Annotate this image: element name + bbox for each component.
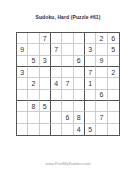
sudoku-cell-r1c2 [28, 33, 39, 44]
puzzle-title: Sudoku, Hard (Puzzle #61) [0, 14, 136, 20]
sudoku-cell-r7c7 [85, 101, 96, 112]
sudoku-cell-r6c1 [17, 90, 28, 101]
sudoku-cell-r2c5 [62, 44, 73, 55]
sudoku-cell-r2c2 [28, 44, 39, 55]
sudoku-cell-r9c2 [28, 124, 39, 135]
sudoku-cell-r2c1: 9 [17, 44, 28, 55]
sudoku-cell-r5c8 [96, 78, 107, 89]
sudoku-cell-r6c5 [62, 90, 73, 101]
sudoku-cell-r3c5 [62, 56, 73, 67]
sudoku-cell-r7c3: 5 [40, 101, 51, 112]
sudoku-cell-r4c2 [28, 67, 39, 78]
footer-url: www.PrintMySudoku.com [0, 161, 136, 166]
sudoku-cell-r4c8 [96, 67, 107, 78]
sudoku-cell-r5c6 [74, 78, 85, 89]
sudoku-cell-r9c4 [51, 124, 62, 135]
sudoku-grid: 72697355369372247168568745 [16, 32, 120, 136]
sudoku-cell-r1c6 [74, 33, 85, 44]
sudoku-cell-r7c1 [17, 101, 28, 112]
sudoku-cell-r9c1 [17, 124, 28, 135]
sudoku-cell-r3c9 [108, 56, 119, 67]
sudoku-cell-r6c6 [74, 90, 85, 101]
sudoku-cell-r7c2: 8 [28, 101, 39, 112]
sudoku-cell-r8c9 [108, 112, 119, 123]
sudoku-cell-r2c4: 7 [51, 44, 62, 55]
sudoku-cell-r4c5 [62, 67, 73, 78]
sudoku-cell-r2c8 [96, 44, 107, 55]
sudoku-cell-r9c5 [62, 124, 73, 135]
sudoku-cell-r8c5: 6 [62, 112, 73, 123]
sudoku-cell-r4c7: 7 [85, 67, 96, 78]
sudoku-cell-r9c7: 5 [85, 124, 96, 135]
sudoku-cell-r9c9 [108, 124, 119, 135]
sudoku-cell-r3c7 [85, 56, 96, 67]
sudoku-cell-r8c4 [51, 112, 62, 123]
sudoku-printable-page: { "game": "sudoku", "title": "Sudoku, Ha… [0, 0, 136, 176]
sudoku-cell-r7c8 [96, 101, 107, 112]
sudoku-cell-r3c3: 3 [40, 56, 51, 67]
sudoku-cell-r5c1 [17, 78, 28, 89]
sudoku-cell-r3c4 [51, 56, 62, 67]
sudoku-cell-r3c1 [17, 56, 28, 67]
sudoku-cell-r2c6 [74, 44, 85, 55]
sudoku-cell-r3c6: 6 [74, 56, 85, 67]
sudoku-cell-r7c9 [108, 101, 119, 112]
sudoku-cell-r9c8 [96, 124, 107, 135]
sudoku-cell-r5c4: 4 [51, 78, 62, 89]
sudoku-cell-r1c7 [85, 33, 96, 44]
sudoku-cell-r7c4 [51, 101, 62, 112]
sudoku-cell-r6c4 [51, 90, 62, 101]
sudoku-cell-r2c9: 5 [108, 44, 119, 55]
sudoku-cell-r5c5: 7 [62, 78, 73, 89]
sudoku-cell-r2c7: 3 [85, 44, 96, 55]
sudoku-cell-r9c3 [40, 124, 51, 135]
sudoku-cell-r1c9: 6 [108, 33, 119, 44]
sudoku-cell-r3c2: 5 [28, 56, 39, 67]
sudoku-cell-r5c9 [108, 78, 119, 89]
sudoku-cell-r1c3: 7 [40, 33, 51, 44]
sudoku-cell-r1c1 [17, 33, 28, 44]
sudoku-cell-r6c8: 6 [96, 90, 107, 101]
sudoku-cell-r8c1 [17, 112, 28, 123]
sudoku-cell-r5c2: 2 [28, 78, 39, 89]
sudoku-cell-r8c2 [28, 112, 39, 123]
sudoku-cell-r6c2 [28, 90, 39, 101]
sudoku-cell-r3c8: 9 [96, 56, 107, 67]
sudoku-cell-r9c6: 4 [74, 124, 85, 135]
sudoku-cell-r5c3 [40, 78, 51, 89]
sudoku-cell-r5c7: 1 [85, 78, 96, 89]
sudoku-cell-r6c3 [40, 90, 51, 101]
sudoku-cell-r6c9 [108, 90, 119, 101]
sudoku-cell-r8c6: 8 [74, 112, 85, 123]
sudoku-cell-r4c6 [74, 67, 85, 78]
sudoku-cell-r2c3 [40, 44, 51, 55]
sudoku-cell-r1c4 [51, 33, 62, 44]
sudoku-cell-r4c3 [40, 67, 51, 78]
sudoku-cell-r1c5 [62, 33, 73, 44]
sudoku-cell-r8c7 [85, 112, 96, 123]
sudoku-cell-r7c6 [74, 101, 85, 112]
sudoku-cell-r6c7 [85, 90, 96, 101]
sudoku-cell-r7c5 [62, 101, 73, 112]
sudoku-cell-r4c9: 2 [108, 67, 119, 78]
sudoku-cell-r8c3 [40, 112, 51, 123]
sudoku-cell-r8c8: 7 [96, 112, 107, 123]
sudoku-cell-r4c4 [51, 67, 62, 78]
sudoku-cell-r4c1: 3 [17, 67, 28, 78]
sudoku-cell-r1c8: 2 [96, 33, 107, 44]
